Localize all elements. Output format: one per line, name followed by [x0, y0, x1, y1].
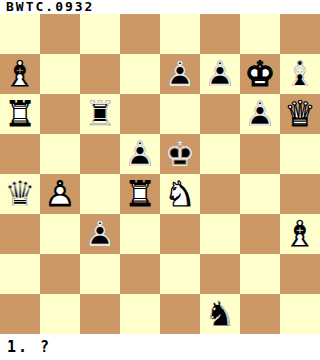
piece-black-pawn: ♟♙: [80, 214, 120, 254]
piece-white-bishop: ♝♗: [280, 214, 320, 254]
square-h4[interactable]: [280, 174, 320, 214]
square-a4[interactable]: ♛♕: [0, 174, 40, 214]
piece-glyph-line: ♕: [280, 94, 320, 134]
square-h1[interactable]: [280, 294, 320, 334]
piece-black-rook: ♜♖: [80, 94, 120, 134]
piece-glyph-line: ♙: [80, 214, 120, 254]
square-h5[interactable]: [280, 134, 320, 174]
piece-glyph-line: ♖: [80, 94, 120, 134]
piece-black-bishop: ♝♗: [280, 54, 320, 94]
square-d3[interactable]: [120, 214, 160, 254]
piece-glyph-line: ♖: [120, 174, 160, 214]
piece-glyph-line: ♔: [240, 54, 280, 94]
square-g7[interactable]: ♚♔: [240, 54, 280, 94]
square-b4[interactable]: ♟♙: [40, 174, 80, 214]
move-prompt-label: 1. ?: [0, 334, 320, 360]
piece-white-rook: ♜♖: [0, 94, 40, 134]
square-e5[interactable]: ♚♔: [160, 134, 200, 174]
square-h2[interactable]: [280, 254, 320, 294]
square-c4[interactable]: [80, 174, 120, 214]
piece-white-rook: ♜♖: [120, 174, 160, 214]
square-d5[interactable]: ♟♙: [120, 134, 160, 174]
square-a3[interactable]: [0, 214, 40, 254]
piece-glyph-line: ♙: [40, 174, 80, 214]
piece-glyph-line: ♗: [0, 54, 40, 94]
square-h8[interactable]: [280, 14, 320, 54]
square-g6[interactable]: ♟♙: [240, 94, 280, 134]
square-c2[interactable]: [80, 254, 120, 294]
square-b6[interactable]: [40, 94, 80, 134]
square-b8[interactable]: [40, 14, 80, 54]
square-e6[interactable]: [160, 94, 200, 134]
square-f2[interactable]: [200, 254, 240, 294]
square-e2[interactable]: [160, 254, 200, 294]
square-b2[interactable]: [40, 254, 80, 294]
square-a1[interactable]: [0, 294, 40, 334]
piece-glyph-line: ♙: [200, 54, 240, 94]
square-c7[interactable]: [80, 54, 120, 94]
square-e1[interactable]: [160, 294, 200, 334]
square-g1[interactable]: [240, 294, 280, 334]
piece-black-knight: ♞♘: [200, 294, 240, 334]
square-e8[interactable]: [160, 14, 200, 54]
piece-black-pawn: ♟♙: [200, 54, 240, 94]
square-d1[interactable]: [120, 294, 160, 334]
square-a8[interactable]: [0, 14, 40, 54]
square-d2[interactable]: [120, 254, 160, 294]
square-c3[interactable]: ♟♙: [80, 214, 120, 254]
piece-black-queen: ♛♕: [0, 174, 40, 214]
square-b3[interactable]: [40, 214, 80, 254]
square-g3[interactable]: [240, 214, 280, 254]
square-b7[interactable]: [40, 54, 80, 94]
square-b5[interactable]: [40, 134, 80, 174]
square-g5[interactable]: [240, 134, 280, 174]
square-g8[interactable]: [240, 14, 280, 54]
piece-glyph-line: ♗: [280, 214, 320, 254]
square-h6[interactable]: ♛♕: [280, 94, 320, 134]
chess-puzzle-window: BWTC.0932 ♝♗♟♙♟♙♚♔♝♗♜♖♜♖♟♙♛♕♟♙♚♔♛♕♟♙♜♖♞♘…: [0, 0, 320, 360]
square-f8[interactable]: [200, 14, 240, 54]
square-c8[interactable]: [80, 14, 120, 54]
piece-white-pawn: ♟♙: [40, 174, 80, 214]
square-d4[interactable]: ♜♖: [120, 174, 160, 214]
square-a7[interactable]: ♝♗: [0, 54, 40, 94]
piece-glyph-line: ♙: [120, 134, 160, 174]
square-f1[interactable]: ♞♘: [200, 294, 240, 334]
square-c1[interactable]: [80, 294, 120, 334]
square-f6[interactable]: [200, 94, 240, 134]
piece-glyph-line: ♔: [160, 134, 200, 174]
square-a6[interactable]: ♜♖: [0, 94, 40, 134]
square-a5[interactable]: [0, 134, 40, 174]
square-e3[interactable]: [160, 214, 200, 254]
piece-glyph-line: ♘: [200, 294, 240, 334]
piece-white-bishop: ♝♗: [0, 54, 40, 94]
piece-black-king: ♚♔: [160, 134, 200, 174]
piece-glyph-line: ♕: [0, 174, 40, 214]
chess-board: ♝♗♟♙♟♙♚♔♝♗♜♖♜♖♟♙♛♕♟♙♚♔♛♕♟♙♜♖♞♘♟♙♝♗♞♘: [0, 14, 320, 334]
square-e4[interactable]: ♞♘: [160, 174, 200, 214]
square-c5[interactable]: [80, 134, 120, 174]
square-h3[interactable]: ♝♗: [280, 214, 320, 254]
square-g4[interactable]: [240, 174, 280, 214]
square-g2[interactable]: [240, 254, 280, 294]
puzzle-id-label: BWTC.0932: [0, 0, 320, 14]
piece-glyph-line: ♙: [160, 54, 200, 94]
square-d6[interactable]: [120, 94, 160, 134]
piece-white-knight: ♞♘: [160, 174, 200, 214]
square-b1[interactable]: [40, 294, 80, 334]
piece-glyph-line: ♗: [280, 54, 320, 94]
square-f3[interactable]: [200, 214, 240, 254]
piece-black-pawn: ♟♙: [160, 54, 200, 94]
square-h7[interactable]: ♝♗: [280, 54, 320, 94]
square-d7[interactable]: [120, 54, 160, 94]
square-c6[interactable]: ♜♖: [80, 94, 120, 134]
piece-glyph-line: ♘: [160, 174, 200, 214]
piece-white-king: ♚♔: [240, 54, 280, 94]
piece-black-pawn: ♟♙: [240, 94, 280, 134]
square-e7[interactable]: ♟♙: [160, 54, 200, 94]
piece-black-pawn: ♟♙: [120, 134, 160, 174]
square-f5[interactable]: [200, 134, 240, 174]
square-d8[interactable]: [120, 14, 160, 54]
piece-glyph-line: ♖: [0, 94, 40, 134]
square-f4[interactable]: [200, 174, 240, 214]
square-f7[interactable]: ♟♙: [200, 54, 240, 94]
piece-glyph-line: ♙: [240, 94, 280, 134]
piece-white-queen: ♛♕: [280, 94, 320, 134]
square-a2[interactable]: [0, 254, 40, 294]
